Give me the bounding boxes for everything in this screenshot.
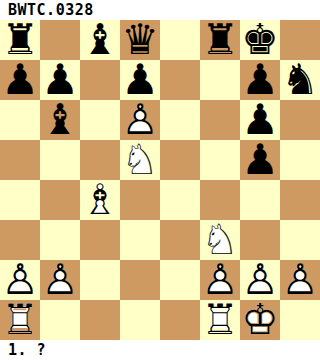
piece-black-bishop[interactable]: ♝: [40, 100, 80, 140]
square-g5[interactable]: ♟: [240, 140, 280, 180]
square-b8[interactable]: [40, 20, 80, 60]
piece-black-pawn[interactable]: ♟: [120, 60, 160, 100]
square-e2[interactable]: [160, 260, 200, 300]
square-c7[interactable]: [80, 60, 120, 100]
piece-black-pawn[interactable]: ♟: [0, 60, 40, 100]
square-a7[interactable]: ♟: [0, 60, 40, 100]
square-a5[interactable]: [0, 140, 40, 180]
square-g8[interactable]: ♚: [240, 20, 280, 60]
piece-white-pawn-fill: ♟: [200, 260, 240, 300]
square-c1[interactable]: [80, 300, 120, 340]
piece-white-pawn[interactable]: ♙: [280, 260, 320, 300]
square-f5[interactable]: [200, 140, 240, 180]
square-h6[interactable]: [280, 100, 320, 140]
square-a1[interactable]: ♜♖: [0, 300, 40, 340]
square-b1[interactable]: [40, 300, 80, 340]
square-c4[interactable]: ♝♗: [80, 180, 120, 220]
square-d5[interactable]: ♞♘: [120, 140, 160, 180]
piece-white-rook[interactable]: ♖: [200, 300, 240, 340]
square-e1[interactable]: [160, 300, 200, 340]
square-g7[interactable]: ♟: [240, 60, 280, 100]
square-f4[interactable]: [200, 180, 240, 220]
square-a4[interactable]: [0, 180, 40, 220]
move-prompt: 1. ?: [0, 340, 320, 360]
piece-white-knight[interactable]: ♘: [120, 140, 160, 180]
piece-white-knight[interactable]: ♘: [200, 220, 240, 260]
piece-black-knight[interactable]: ♞: [280, 60, 320, 100]
piece-white-pawn[interactable]: ♙: [40, 260, 80, 300]
square-g1[interactable]: ♚♔: [240, 300, 280, 340]
square-h3[interactable]: [280, 220, 320, 260]
piece-white-bishop[interactable]: ♗: [80, 180, 120, 220]
square-e4[interactable]: [160, 180, 200, 220]
piece-white-pawn[interactable]: ♙: [120, 100, 160, 140]
square-h2[interactable]: ♟♙: [280, 260, 320, 300]
square-e6[interactable]: [160, 100, 200, 140]
piece-black-pawn[interactable]: ♟: [240, 140, 280, 180]
piece-black-bishop[interactable]: ♝: [80, 20, 120, 60]
piece-white-pawn-fill: ♟: [40, 260, 80, 300]
square-d4[interactable]: [120, 180, 160, 220]
piece-black-rook[interactable]: ♜: [0, 20, 40, 60]
square-d6[interactable]: ♟♙: [120, 100, 160, 140]
square-g3[interactable]: [240, 220, 280, 260]
square-f6[interactable]: [200, 100, 240, 140]
piece-black-pawn[interactable]: ♟: [240, 100, 280, 140]
piece-black-pawn[interactable]: ♟: [40, 60, 80, 100]
square-b3[interactable]: [40, 220, 80, 260]
piece-white-pawn-fill: ♟: [0, 260, 40, 300]
square-e7[interactable]: [160, 60, 200, 100]
piece-white-rook-fill: ♜: [200, 300, 240, 340]
piece-white-pawn-fill: ♟: [240, 260, 280, 300]
square-f8[interactable]: ♜: [200, 20, 240, 60]
piece-white-pawn[interactable]: ♙: [0, 260, 40, 300]
piece-white-pawn-fill: ♟: [120, 100, 160, 140]
chess-board: ♜♝♛♜♚♟♟♟♟♞♝♟♙♟♞♘♟♝♗♞♘♟♙♟♙♟♙♟♙♟♙♜♖♜♖♚♔: [0, 20, 320, 340]
square-g4[interactable]: [240, 180, 280, 220]
square-a3[interactable]: [0, 220, 40, 260]
square-f1[interactable]: ♜♖: [200, 300, 240, 340]
piece-white-pawn[interactable]: ♙: [200, 260, 240, 300]
square-b2[interactable]: ♟♙: [40, 260, 80, 300]
square-g2[interactable]: ♟♙: [240, 260, 280, 300]
piece-white-rook[interactable]: ♖: [0, 300, 40, 340]
piece-black-king[interactable]: ♚: [240, 20, 280, 60]
square-f2[interactable]: ♟♙: [200, 260, 240, 300]
square-h5[interactable]: [280, 140, 320, 180]
square-h1[interactable]: [280, 300, 320, 340]
square-c3[interactable]: [80, 220, 120, 260]
piece-white-pawn-fill: ♟: [280, 260, 320, 300]
square-h8[interactable]: [280, 20, 320, 60]
square-d8[interactable]: ♛: [120, 20, 160, 60]
square-e3[interactable]: [160, 220, 200, 260]
piece-white-rook-fill: ♜: [0, 300, 40, 340]
piece-white-pawn[interactable]: ♙: [240, 260, 280, 300]
square-d7[interactable]: ♟: [120, 60, 160, 100]
square-d3[interactable]: [120, 220, 160, 260]
square-h7[interactable]: ♞: [280, 60, 320, 100]
square-g6[interactable]: ♟: [240, 100, 280, 140]
piece-white-knight-fill: ♞: [120, 140, 160, 180]
square-b4[interactable]: [40, 180, 80, 220]
square-c2[interactable]: [80, 260, 120, 300]
piece-white-bishop-fill: ♝: [80, 180, 120, 220]
square-e8[interactable]: [160, 20, 200, 60]
square-a2[interactable]: ♟♙: [0, 260, 40, 300]
piece-black-rook[interactable]: ♜: [200, 20, 240, 60]
piece-white-king-fill: ♚: [240, 300, 280, 340]
square-c8[interactable]: ♝: [80, 20, 120, 60]
square-f7[interactable]: [200, 60, 240, 100]
puzzle-title: BWTC.0328: [0, 0, 320, 20]
square-a8[interactable]: ♜: [0, 20, 40, 60]
square-a6[interactable]: [0, 100, 40, 140]
square-b6[interactable]: ♝: [40, 100, 80, 140]
square-d1[interactable]: [120, 300, 160, 340]
square-c6[interactable]: [80, 100, 120, 140]
piece-white-king[interactable]: ♔: [240, 300, 280, 340]
square-b7[interactable]: ♟: [40, 60, 80, 100]
square-e5[interactable]: [160, 140, 200, 180]
piece-black-queen[interactable]: ♛: [120, 20, 160, 60]
piece-white-knight-fill: ♞: [200, 220, 240, 260]
square-d2[interactable]: [120, 260, 160, 300]
square-b5[interactable]: [40, 140, 80, 180]
piece-black-pawn[interactable]: ♟: [240, 60, 280, 100]
square-h4[interactable]: [280, 180, 320, 220]
square-c5[interactable]: [80, 140, 120, 180]
square-f3[interactable]: ♞♘: [200, 220, 240, 260]
